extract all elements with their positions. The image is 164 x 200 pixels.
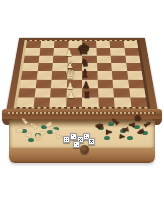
board-square: [52, 63, 67, 71]
board-square: [39, 48, 54, 55]
board-square: [98, 98, 115, 108]
board-square: [68, 48, 82, 55]
board-square: [40, 41, 55, 48]
chess-board: [6, 38, 158, 112]
board-square: [82, 88, 98, 97]
board-square: [110, 41, 125, 48]
board-square: [67, 56, 82, 64]
board-square: [17, 98, 34, 108]
board-square: [110, 48, 125, 55]
board-square: [128, 80, 145, 89]
board-square: [22, 63, 38, 71]
board-square: [130, 98, 147, 108]
board-square: [98, 88, 114, 97]
board-square: [97, 80, 113, 89]
board-square: [113, 80, 129, 89]
board-square: [114, 98, 131, 108]
board-square: [66, 80, 82, 89]
board-square: [82, 56, 97, 64]
board-square: [25, 48, 40, 55]
board-square: [24, 56, 40, 64]
board-square: [26, 41, 41, 48]
board-square: [37, 63, 53, 71]
board-square: [82, 71, 97, 79]
board-square: [67, 63, 82, 71]
board-square: [54, 41, 68, 48]
board-square: [18, 88, 35, 97]
board-square: [66, 88, 82, 97]
board-square: [129, 88, 146, 97]
board-square: [123, 41, 138, 48]
board-square: [126, 63, 142, 71]
rim-inlay-line: [8, 112, 156, 114]
board-square: [111, 63, 127, 71]
board-square: [96, 41, 110, 48]
board-square: [82, 98, 98, 108]
board-square: [34, 88, 51, 97]
decorative-inlay-border: [14, 40, 151, 108]
board-square: [66, 98, 82, 108]
board-square: [33, 98, 50, 108]
board-square: [51, 80, 67, 89]
board-square: [96, 48, 111, 55]
board-square: [35, 80, 51, 89]
drawer-knob: [80, 145, 89, 154]
board-square: [68, 41, 82, 48]
board-square: [124, 48, 139, 55]
board-square: [50, 88, 66, 97]
board-square: [53, 48, 68, 55]
board-square: [111, 56, 126, 64]
board-square: [82, 80, 98, 89]
board-grid: [17, 41, 147, 107]
board-square: [112, 71, 128, 79]
board-square: [127, 71, 143, 79]
board-square: [67, 71, 82, 79]
board-square: [53, 56, 68, 64]
board-square: [97, 63, 112, 71]
board-square: [51, 71, 67, 79]
drawer-front: [9, 148, 155, 163]
board-square: [82, 63, 97, 71]
board-square: [38, 56, 53, 64]
chess-box-product-photo: ♟♝♛♟♟♚♞♝♟♜ ♞♟♝♟♞♟♝♚♟♞♟♝♜♟♞♝♚♟: [0, 0, 164, 200]
board-square: [113, 88, 130, 97]
board-square: [21, 71, 37, 79]
board-square: [36, 71, 52, 79]
board-square: [97, 71, 113, 79]
board-square: [49, 98, 66, 108]
board-square: [125, 56, 141, 64]
board-square: [20, 80, 37, 89]
board-square: [82, 41, 96, 48]
board-square: [82, 48, 96, 55]
board-square: [96, 56, 111, 64]
